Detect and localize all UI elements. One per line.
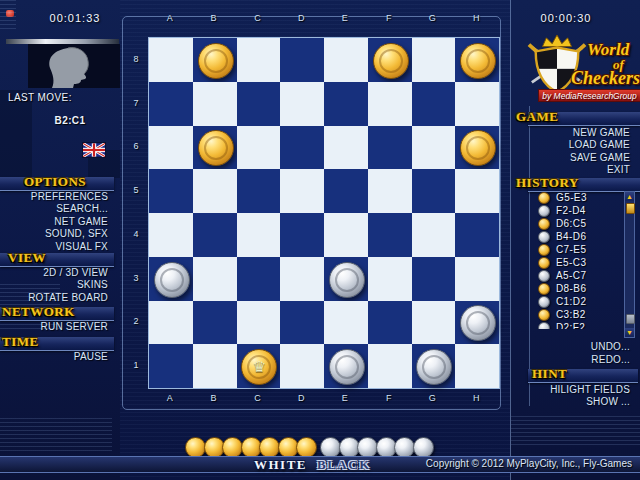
menu-item-rotate-board[interactable]: ROTATE BOARD [0, 292, 114, 304]
square-f3[interactable] [368, 257, 412, 301]
menu-item-hilight-fields[interactable]: HILIGHT FIELDS [528, 384, 636, 396]
copyright-text: Copyright © 2012 MyPlayCity, Inc., Fly-G… [426, 458, 632, 469]
tray-silver-coin [357, 437, 378, 458]
gold-piece-icon [538, 218, 550, 230]
square-a1[interactable] [149, 344, 193, 388]
square-d4[interactable] [280, 213, 324, 257]
rank-labels-left: 87654321 [130, 37, 142, 387]
file-label: E [323, 13, 367, 24]
menu-section-title: TIME [2, 334, 39, 350]
hint-menu: HILIGHT FIELDSSHOW ... [528, 384, 636, 409]
menu-section-title: OPTIONS [24, 174, 86, 190]
history-move-text: C7-E5 [556, 244, 586, 255]
square-d5[interactable] [280, 169, 324, 213]
square-c2[interactable] [237, 301, 281, 345]
file-label: C [236, 13, 280, 24]
uk-flag-icon[interactable] [82, 142, 106, 158]
scroll-up-button[interactable]: ▲ [625, 192, 634, 201]
square-e2[interactable] [324, 301, 368, 345]
gold-piece-icon [538, 192, 550, 204]
file-label: F [367, 13, 411, 24]
gold-piece[interactable] [460, 43, 496, 79]
silver-piece-icon [538, 296, 550, 308]
rank-label: 6 [130, 125, 142, 169]
captured-pieces-tray [0, 436, 640, 458]
gold-king[interactable]: ♛ [241, 349, 277, 385]
square-e4[interactable] [324, 213, 368, 257]
silver-piece[interactable] [329, 262, 365, 298]
square-h3[interactable] [455, 257, 499, 301]
menu-item-run-server[interactable]: RUN SERVER [0, 321, 114, 333]
history-move-row[interactable]: A5-C7 [538, 269, 624, 282]
square-d1[interactable] [280, 344, 324, 388]
square-g8[interactable] [412, 38, 456, 82]
square-b7[interactable] [193, 82, 237, 126]
square-b6[interactable] [193, 126, 237, 170]
undo-button[interactable]: UNDO... [528, 341, 636, 353]
history-move-row[interactable]: D6:C5 [538, 217, 624, 230]
menu-item-skins[interactable]: SKINS [0, 279, 114, 291]
byline-text: by MediaResearchGroup [542, 91, 637, 101]
hint-section-title: HINT [532, 366, 567, 382]
tray-silver-coin [320, 437, 341, 458]
last-move-label: LAST MOVE: [8, 92, 72, 103]
history-move-text: F2-D4 [556, 205, 586, 216]
square-c7[interactable] [237, 82, 281, 126]
redo-button[interactable]: REDO... [528, 354, 636, 366]
square-g2[interactable] [412, 301, 456, 345]
square-g7[interactable] [412, 82, 456, 126]
file-label: A [148, 13, 192, 24]
player-avatar [28, 44, 120, 88]
menu-item-net-game[interactable]: NET GAME [0, 216, 114, 228]
tray-silver-coin [394, 437, 415, 458]
rank-label: 7 [130, 81, 142, 125]
history-move-text: D8-B6 [556, 283, 586, 294]
tray-silver-coin [413, 437, 434, 458]
menu-item-save-game[interactable]: SAVE GAME [528, 152, 636, 164]
menu-section-bar: OPTIONS [0, 177, 114, 191]
square-h8[interactable] [455, 38, 499, 82]
square-g4[interactable] [412, 213, 456, 257]
file-label: H [454, 393, 498, 404]
square-f2[interactable] [368, 301, 412, 345]
square-a8[interactable] [149, 38, 193, 82]
square-e5[interactable] [324, 169, 368, 213]
square-g5[interactable] [412, 169, 456, 213]
file-label: D [279, 13, 323, 24]
history-move-row[interactable]: G5-E3 [538, 191, 624, 204]
square-g1[interactable] [412, 344, 456, 388]
game-section-title: GAME [516, 109, 558, 125]
checkers-board: ♛ [148, 37, 500, 389]
file-labels-top: ABCDEFGH [148, 13, 498, 24]
history-move-text: D2:F2 [556, 322, 585, 329]
game-menu: NEW GAMELOAD GAMESAVE GAMEEXIT [528, 127, 636, 177]
square-b5[interactable] [193, 169, 237, 213]
rank-label: 4 [130, 212, 142, 256]
square-f6[interactable] [368, 126, 412, 170]
app-window: 00:01:33 LAST MOVE: B2:C1 OPTIONSPREFERE… [0, 0, 640, 480]
square-e7[interactable] [324, 82, 368, 126]
history-move-row[interactable]: C1:D2 [538, 295, 624, 308]
square-f7[interactable] [368, 82, 412, 126]
history-move-text: A5-C7 [556, 270, 586, 281]
square-c3[interactable] [237, 257, 281, 301]
menu-item-sound-sfx[interactable]: SOUND, SFX [0, 228, 114, 240]
menu-item-preferences[interactable]: PREFERENCES [0, 191, 114, 203]
file-label: A [148, 393, 192, 404]
menu-section-title: NETWORK [2, 304, 75, 320]
square-d7[interactable] [280, 82, 324, 126]
square-c1[interactable]: ♛ [237, 344, 281, 388]
history-move-text: B4-D6 [556, 231, 586, 242]
tray-gold-coin [222, 437, 243, 458]
square-h6[interactable] [455, 126, 499, 170]
silver-piece-icon [538, 205, 550, 217]
crown-icon: ♛ [242, 350, 276, 384]
square-a5[interactable] [149, 169, 193, 213]
byline-banner: by MediaResearchGroup [538, 89, 640, 102]
history-move-row[interactable]: C7-E5 [538, 243, 624, 256]
square-g3[interactable] [412, 257, 456, 301]
square-a7[interactable] [149, 82, 193, 126]
tray-gold-coin [296, 437, 317, 458]
menu-section-bar: NETWORK [0, 307, 114, 321]
white-player-timer: 00:01:33 [30, 12, 120, 24]
square-h5[interactable] [455, 169, 499, 213]
silver-piece[interactable] [460, 305, 496, 341]
gold-piece[interactable] [198, 43, 234, 79]
history-move-text: E5-C3 [556, 257, 586, 268]
square-f5[interactable] [368, 169, 412, 213]
square-h2[interactable] [455, 301, 499, 345]
history-list[interactable]: G5-E3F2-D4D6:C5B4-D6C7-E5E5-C3A5-C7D8-B6… [538, 191, 624, 329]
menu-item-2d-3d-view[interactable]: 2D / 3D VIEW [0, 267, 114, 279]
black-side-label: BLACK [317, 457, 371, 473]
gold-piece[interactable] [198, 130, 234, 166]
square-b1[interactable] [193, 344, 237, 388]
square-f1[interactable] [368, 344, 412, 388]
profile-head-icon [28, 44, 120, 88]
history-scrollbar[interactable]: ▲ ▼ [624, 191, 635, 338]
silver-piece[interactable] [416, 349, 452, 385]
decor-stripes [0, 0, 16, 30]
history-move-text: C1:D2 [556, 296, 586, 307]
gold-piece[interactable] [373, 43, 409, 79]
tray-gold-coin [259, 437, 280, 458]
square-b2[interactable] [193, 301, 237, 345]
square-d8[interactable] [280, 38, 324, 82]
file-label: G [411, 13, 455, 24]
hint-section-bar: HINT [528, 369, 638, 383]
file-label: B [192, 13, 236, 24]
history-move-row[interactable]: D2:F2 [538, 321, 624, 329]
menu-item-show[interactable]: SHOW ... [528, 396, 636, 408]
square-d2[interactable] [280, 301, 324, 345]
square-c8[interactable] [237, 38, 281, 82]
left-sidebar: 00:01:33 LAST MOVE: B2:C1 OPTIONSPREFERE… [0, 0, 121, 480]
rank-label: 1 [130, 343, 142, 387]
gold-piece-icon [538, 309, 550, 321]
rank-label: 8 [130, 37, 142, 81]
square-d6[interactable] [280, 126, 324, 170]
silver-piece[interactable] [154, 262, 190, 298]
history-move-text: G5-E3 [556, 192, 587, 203]
file-label: B [192, 393, 236, 404]
rank-label: 3 [130, 256, 142, 300]
square-a3[interactable] [149, 257, 193, 301]
square-e3[interactable] [324, 257, 368, 301]
rank-label: 2 [130, 300, 142, 344]
bottom-status-bar: WHITE BLACK Copyright © 2012 MyPlayCity,… [0, 456, 640, 473]
white-side-label: WHITE [254, 457, 307, 473]
game-section-bar: GAME [528, 112, 640, 126]
file-label: H [454, 13, 498, 24]
square-b8[interactable] [193, 38, 237, 82]
history-section-bar: HISTORY [528, 178, 640, 192]
square-a4[interactable] [149, 213, 193, 257]
file-label: F [367, 393, 411, 404]
logo-word-3: Checkers [571, 68, 640, 89]
history-move-row[interactable]: B4-D6 [538, 230, 624, 243]
black-player-timer: 00:00:30 [521, 12, 611, 24]
square-d3[interactable] [280, 257, 324, 301]
square-c4[interactable] [237, 213, 281, 257]
square-a6[interactable] [149, 126, 193, 170]
menu-item-pause[interactable]: PAUSE [0, 351, 114, 363]
tray-gold-coin [185, 437, 206, 458]
square-e6[interactable] [324, 126, 368, 170]
gold-piece[interactable] [460, 130, 496, 166]
history-move-text: C3:B2 [556, 309, 586, 320]
file-labels-bottom: ABCDEFGH [148, 393, 498, 404]
file-label: G [411, 393, 455, 404]
scrollbar-thumb[interactable] [626, 203, 635, 214]
square-c6[interactable] [237, 126, 281, 170]
square-c5[interactable] [237, 169, 281, 213]
silver-piece[interactable] [329, 349, 365, 385]
square-h4[interactable] [455, 213, 499, 257]
decor-shape [0, 90, 32, 178]
square-g6[interactable] [412, 126, 456, 170]
file-label: D [279, 393, 323, 404]
history-move-row[interactable]: F2-D4 [538, 204, 624, 217]
menu-section-title: VIEW [8, 250, 46, 266]
scrollbar-thumb-secondary[interactable] [626, 314, 635, 324]
menu-item-load-game[interactable]: LOAD GAME [528, 139, 636, 151]
last-move-value: B2:C1 [35, 115, 105, 126]
square-a2[interactable] [149, 301, 193, 345]
gold-piece-icon [538, 283, 550, 295]
scroll-down-button[interactable]: ▼ [625, 328, 634, 337]
file-label: C [236, 393, 280, 404]
gold-piece-icon [538, 257, 550, 269]
square-f4[interactable] [368, 213, 412, 257]
silver-piece-icon [538, 322, 550, 330]
file-label: E [323, 393, 367, 404]
gold-piece-icon [538, 244, 550, 256]
history-section-title: HISTORY [516, 175, 579, 191]
menu-section-bar: TIME [0, 337, 114, 351]
silver-piece-icon [538, 231, 550, 243]
square-b3[interactable] [193, 257, 237, 301]
menu-item-search[interactable]: SEARCH... [0, 203, 114, 215]
square-e1[interactable] [324, 344, 368, 388]
menu-section-bar: VIEW [0, 253, 114, 267]
square-f8[interactable] [368, 38, 412, 82]
rank-label: 5 [130, 168, 142, 212]
history-move-row[interactable]: C3:B2 [538, 308, 624, 321]
history-move-text: D6:C5 [556, 218, 586, 229]
menu-item-new-game[interactable]: NEW GAME [528, 127, 636, 139]
square-b4[interactable] [193, 213, 237, 257]
square-h7[interactable] [455, 82, 499, 126]
history-move-row[interactable]: E5-C3 [538, 256, 624, 269]
square-e8[interactable] [324, 38, 368, 82]
history-move-row[interactable]: D8-B6 [538, 282, 624, 295]
square-h1[interactable] [455, 344, 499, 388]
silver-piece-icon [538, 270, 550, 282]
